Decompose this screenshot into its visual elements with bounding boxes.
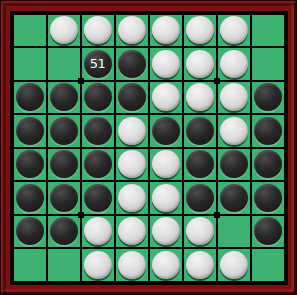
black-disc [186,117,214,145]
white-disc [118,150,146,178]
board-cell-f4[interactable] [184,115,216,147]
white-disc [50,16,78,44]
black-disc [254,150,282,178]
board-cell-f7[interactable] [184,216,216,248]
board-cell-a2[interactable] [14,48,46,80]
board-cell-a6[interactable] [14,182,46,214]
board-cell-f6[interactable] [184,182,216,214]
white-disc [118,251,146,279]
board-cell-d7[interactable] [116,216,148,248]
othello-window: 51 [0,0,297,295]
star-point-dot [214,78,220,84]
white-disc [84,16,112,44]
board-cell-a1[interactable] [14,15,46,47]
black-disc [186,184,214,212]
board-cell-g5[interactable] [218,149,250,181]
board-cell-c8[interactable] [82,249,114,281]
black-disc [84,150,112,178]
black-disc [84,184,112,212]
board-cell-g2[interactable] [218,48,250,80]
white-disc [220,83,248,111]
black-disc [16,217,44,245]
black-disc [220,184,248,212]
board-cell-g1[interactable] [218,15,250,47]
white-disc [118,217,146,245]
board-cell-e1[interactable] [150,15,182,47]
white-disc [152,251,180,279]
black-disc [118,83,146,111]
white-disc [118,184,146,212]
board-cell-c1[interactable] [82,15,114,47]
board-cell-c3[interactable] [82,82,114,114]
white-disc [152,83,180,111]
white-disc [220,16,248,44]
star-point-dot [78,212,84,218]
board-cell-b6[interactable] [48,182,80,214]
board-cell-e3[interactable] [150,82,182,114]
board-cell-b1[interactable] [48,15,80,47]
white-disc [186,251,214,279]
board-cell-c5[interactable] [82,149,114,181]
white-disc [152,50,180,78]
board-cell-b5[interactable] [48,149,80,181]
board-cell-h7[interactable] [252,216,284,248]
board-cell-d8[interactable] [116,249,148,281]
black-disc [50,184,78,212]
white-disc [152,150,180,178]
black-disc [152,117,180,145]
star-point-dot [214,212,220,218]
board-cell-b4[interactable] [48,115,80,147]
white-disc [220,251,248,279]
white-disc [152,16,180,44]
board-cell-d5[interactable] [116,149,148,181]
board-cell-c7[interactable] [82,216,114,248]
board-cell-h3[interactable] [252,82,284,114]
board-cell-g7[interactable] [218,216,250,248]
board-cell-h8[interactable] [252,249,284,281]
white-disc [186,217,214,245]
white-disc [186,50,214,78]
board-cell-e6[interactable] [150,182,182,214]
black-disc [254,217,282,245]
board-cell-b8[interactable] [48,249,80,281]
board-cell-d1[interactable] [116,15,148,47]
board-cell-c2[interactable]: 51 [82,48,114,80]
board-cell-f2[interactable] [184,48,216,80]
black-disc [50,217,78,245]
white-disc [220,117,248,145]
star-point-dot [78,78,84,84]
white-disc [84,217,112,245]
board-cell-e2[interactable] [150,48,182,80]
black-disc [16,117,44,145]
board-cell-a7[interactable] [14,216,46,248]
black-disc [186,150,214,178]
board-cell-h6[interactable] [252,182,284,214]
black-disc [254,184,282,212]
board-cell-b7[interactable] [48,216,80,248]
move-number-label: 51 [90,57,106,70]
board-cell-g3[interactable] [218,82,250,114]
board-cell-c6[interactable] [82,182,114,214]
board-cell-h2[interactable] [252,48,284,80]
board-cell-e7[interactable] [150,216,182,248]
black-disc [50,150,78,178]
board-cell-b3[interactable] [48,82,80,114]
board-cell-f8[interactable] [184,249,216,281]
board-cell-f5[interactable] [184,149,216,181]
board-cell-d6[interactable] [116,182,148,214]
black-disc [84,117,112,145]
black-disc [254,117,282,145]
board-cell-h4[interactable] [252,115,284,147]
white-disc [118,117,146,145]
black-disc [16,150,44,178]
white-disc [220,50,248,78]
board-cell-h5[interactable] [252,149,284,181]
black-disc [118,50,146,78]
white-disc [152,217,180,245]
black-disc [254,83,282,111]
black-disc [50,117,78,145]
board-cell-h1[interactable] [252,15,284,47]
black-disc: 51 [84,50,112,78]
board-cell-f1[interactable] [184,15,216,47]
board-cell-a3[interactable] [14,82,46,114]
board-cell-a8[interactable] [14,249,46,281]
white-disc [118,16,146,44]
board-cell-b2[interactable] [48,48,80,80]
board-cell-e5[interactable] [150,149,182,181]
white-disc [84,251,112,279]
board-cell-d2[interactable] [116,48,148,80]
board-cell-g6[interactable] [218,182,250,214]
board-cell-a4[interactable] [14,115,46,147]
board-cell-d4[interactable] [116,115,148,147]
board-cell-c4[interactable] [82,115,114,147]
board-cell-g4[interactable] [218,115,250,147]
black-disc [220,150,248,178]
black-disc [16,83,44,111]
black-disc [84,83,112,111]
board-cell-e4[interactable] [150,115,182,147]
board-cell-d3[interactable] [116,82,148,114]
board-cell-a5[interactable] [14,149,46,181]
white-disc [186,83,214,111]
white-disc [152,184,180,212]
black-disc [16,184,44,212]
board-frame: 51 [0,0,297,295]
othello-board: 51 [10,11,288,285]
white-disc [186,16,214,44]
black-disc [50,83,78,111]
board-cell-e8[interactable] [150,249,182,281]
board-cell-f3[interactable] [184,82,216,114]
board-cell-g8[interactable] [218,249,250,281]
